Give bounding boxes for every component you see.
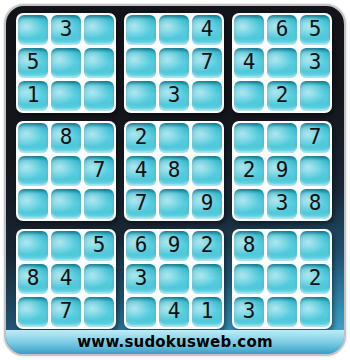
cell-r4c6[interactable] bbox=[192, 123, 222, 153]
cell-r8c6[interactable] bbox=[192, 264, 222, 294]
cell-r8c3[interactable] bbox=[84, 264, 114, 294]
cell-r8c1[interactable]: 8 bbox=[18, 264, 48, 294]
cell-r8c4[interactable]: 3 bbox=[126, 264, 156, 294]
cell-r9c4[interactable] bbox=[126, 297, 156, 327]
cell-r5c6[interactable] bbox=[192, 156, 222, 186]
cell-r6c3[interactable] bbox=[84, 189, 114, 219]
cell-r8c7[interactable] bbox=[234, 264, 264, 294]
cell-r9c9[interactable] bbox=[300, 297, 330, 327]
cell-r4c9[interactable]: 7 bbox=[300, 123, 330, 153]
block-1-1: 351 bbox=[16, 13, 116, 113]
cell-r2c3[interactable] bbox=[84, 48, 114, 78]
cell-r4c1[interactable] bbox=[18, 123, 48, 153]
cell-r1c3[interactable] bbox=[84, 15, 114, 45]
sudoku-board: 351473654328724879729385847692341823 bbox=[16, 13, 332, 329]
cell-r7c3[interactable]: 5 bbox=[84, 231, 114, 261]
cell-r3c8[interactable]: 2 bbox=[267, 81, 297, 111]
cell-r5c5[interactable]: 8 bbox=[159, 156, 189, 186]
cell-r5c9[interactable] bbox=[300, 156, 330, 186]
cell-r9c7[interactable]: 3 bbox=[234, 297, 264, 327]
cell-r5c4[interactable]: 4 bbox=[126, 156, 156, 186]
cell-r6c1[interactable] bbox=[18, 189, 48, 219]
cell-r7c6[interactable]: 2 bbox=[192, 231, 222, 261]
cell-r3c9[interactable] bbox=[300, 81, 330, 111]
cell-r5c3[interactable]: 7 bbox=[84, 156, 114, 186]
cell-r1c6[interactable]: 4 bbox=[192, 15, 222, 45]
cell-r6c8[interactable]: 3 bbox=[267, 189, 297, 219]
sudoku-page: 351473654328724879729385847692341823 www… bbox=[0, 0, 350, 360]
cell-r7c5[interactable]: 9 bbox=[159, 231, 189, 261]
cell-r1c9[interactable]: 5 bbox=[300, 15, 330, 45]
cell-r7c9[interactable] bbox=[300, 231, 330, 261]
cell-r3c5[interactable]: 3 bbox=[159, 81, 189, 111]
cell-r1c4[interactable] bbox=[126, 15, 156, 45]
cell-r8c8[interactable] bbox=[267, 264, 297, 294]
cell-r8c9[interactable]: 2 bbox=[300, 264, 330, 294]
cell-r3c7[interactable] bbox=[234, 81, 264, 111]
cell-r2c6[interactable]: 7 bbox=[192, 48, 222, 78]
cell-r7c1[interactable] bbox=[18, 231, 48, 261]
block-2-3: 72938 bbox=[232, 121, 332, 221]
cell-r7c2[interactable] bbox=[51, 231, 81, 261]
cell-r8c2[interactable]: 4 bbox=[51, 264, 81, 294]
block-1-2: 473 bbox=[124, 13, 224, 113]
cell-r9c8[interactable] bbox=[267, 297, 297, 327]
block-2-1: 87 bbox=[16, 121, 116, 221]
cell-r3c6[interactable] bbox=[192, 81, 222, 111]
cell-r2c4[interactable] bbox=[126, 48, 156, 78]
cell-r1c7[interactable] bbox=[234, 15, 264, 45]
cell-r3c2[interactable] bbox=[51, 81, 81, 111]
block-3-3: 823 bbox=[232, 229, 332, 329]
cell-r2c1[interactable]: 5 bbox=[18, 48, 48, 78]
cell-r4c2[interactable]: 8 bbox=[51, 123, 81, 153]
board-frame: 351473654328724879729385847692341823 www… bbox=[4, 4, 346, 356]
cell-r2c2[interactable] bbox=[51, 48, 81, 78]
cell-r6c2[interactable] bbox=[51, 189, 81, 219]
cell-r5c8[interactable]: 9 bbox=[267, 156, 297, 186]
cell-r5c1[interactable] bbox=[18, 156, 48, 186]
cell-r1c2[interactable]: 3 bbox=[51, 15, 81, 45]
cell-r8c5[interactable] bbox=[159, 264, 189, 294]
block-2-2: 24879 bbox=[124, 121, 224, 221]
cell-r4c4[interactable]: 2 bbox=[126, 123, 156, 153]
cell-r6c6[interactable]: 9 bbox=[192, 189, 222, 219]
cell-r4c8[interactable] bbox=[267, 123, 297, 153]
cell-r1c1[interactable] bbox=[18, 15, 48, 45]
cell-r2c5[interactable] bbox=[159, 48, 189, 78]
cell-r1c8[interactable]: 6 bbox=[267, 15, 297, 45]
cell-r9c1[interactable] bbox=[18, 297, 48, 327]
site-url: www.sudokusweb.com bbox=[77, 333, 272, 351]
cell-r2c7[interactable]: 4 bbox=[234, 48, 264, 78]
cell-r3c3[interactable] bbox=[84, 81, 114, 111]
cell-r4c3[interactable] bbox=[84, 123, 114, 153]
cell-r3c4[interactable] bbox=[126, 81, 156, 111]
cell-r5c7[interactable]: 2 bbox=[234, 156, 264, 186]
block-3-1: 5847 bbox=[16, 229, 116, 329]
cell-r2c9[interactable]: 3 bbox=[300, 48, 330, 78]
cell-r7c8[interactable] bbox=[267, 231, 297, 261]
cell-r7c4[interactable]: 6 bbox=[126, 231, 156, 261]
cell-r9c5[interactable]: 4 bbox=[159, 297, 189, 327]
cell-r9c2[interactable]: 7 bbox=[51, 297, 81, 327]
cell-r6c4[interactable]: 7 bbox=[126, 189, 156, 219]
cell-r6c7[interactable] bbox=[234, 189, 264, 219]
cell-r3c1[interactable]: 1 bbox=[18, 81, 48, 111]
cell-r6c9[interactable]: 8 bbox=[300, 189, 330, 219]
footer-band: www.sudokusweb.com bbox=[6, 330, 344, 354]
cell-r5c2[interactable] bbox=[51, 156, 81, 186]
block-1-3: 65432 bbox=[232, 13, 332, 113]
cell-r4c7[interactable] bbox=[234, 123, 264, 153]
cell-r4c5[interactable] bbox=[159, 123, 189, 153]
cell-r9c6[interactable]: 1 bbox=[192, 297, 222, 327]
block-3-2: 692341 bbox=[124, 229, 224, 329]
cell-r6c5[interactable] bbox=[159, 189, 189, 219]
cell-r7c7[interactable]: 8 bbox=[234, 231, 264, 261]
cell-r2c8[interactable] bbox=[267, 48, 297, 78]
cell-r9c3[interactable] bbox=[84, 297, 114, 327]
cell-r1c5[interactable] bbox=[159, 15, 189, 45]
